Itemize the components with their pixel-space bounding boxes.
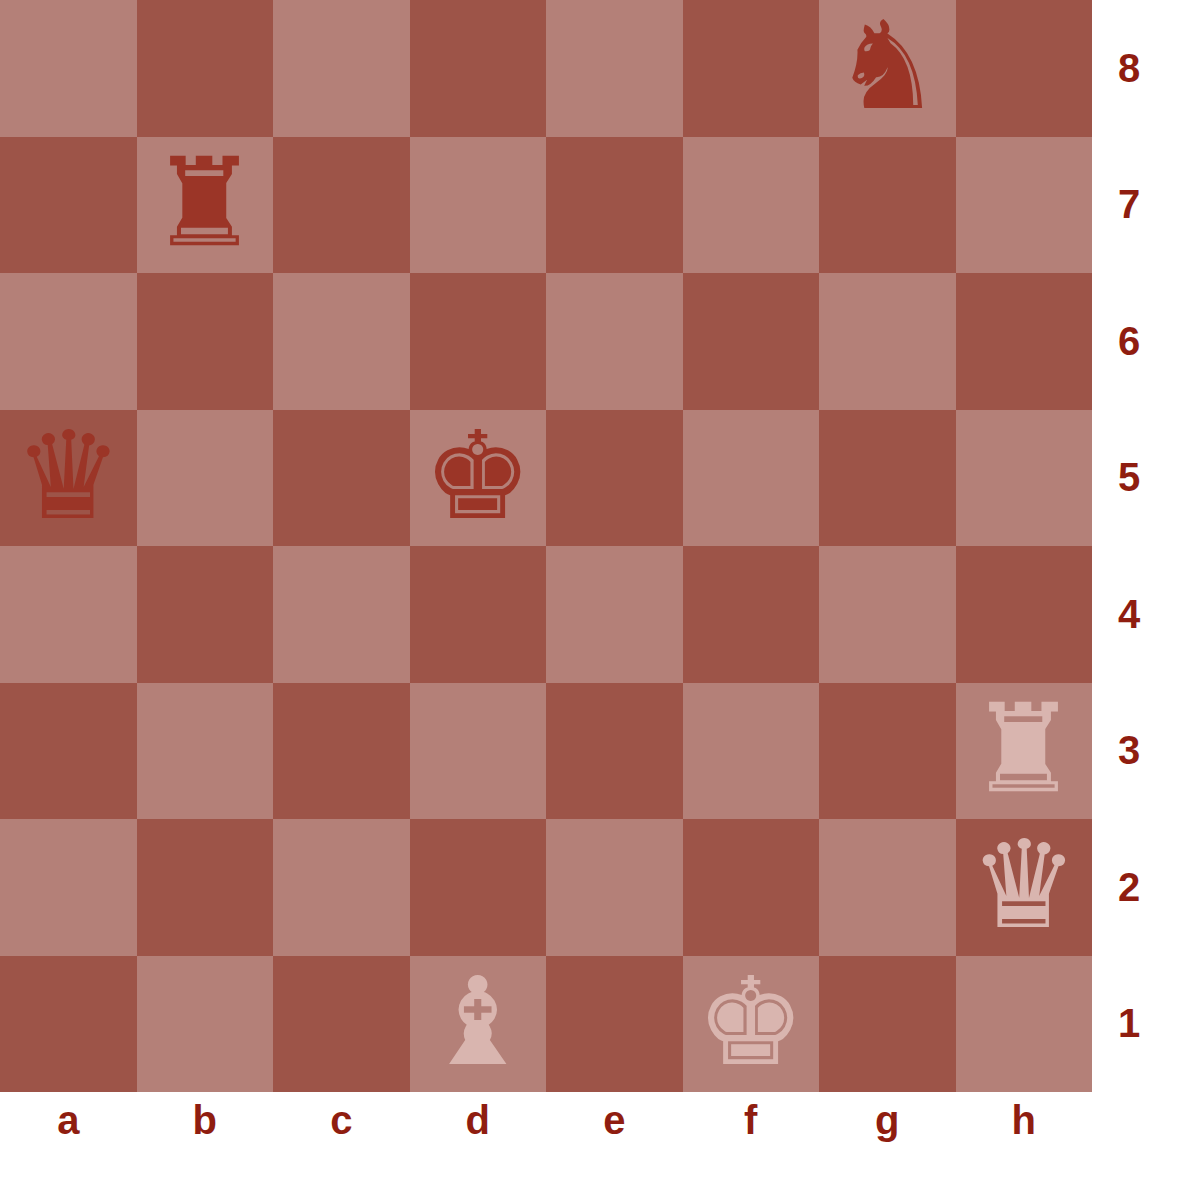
square-h1[interactable] — [956, 956, 1093, 1093]
square-h6[interactable] — [956, 273, 1093, 410]
piece-white-rook-h3[interactable]: ♜ — [969, 688, 1078, 810]
square-b4[interactable] — [137, 546, 274, 683]
file-label-d: d — [410, 1092, 547, 1200]
square-a6[interactable] — [0, 273, 137, 410]
square-b6[interactable] — [137, 273, 274, 410]
file-labels: abcdefgh — [0, 1092, 1092, 1200]
file-label-c: c — [273, 1092, 410, 1200]
rank-label-1: 1 — [1092, 956, 1200, 1093]
square-e2[interactable] — [546, 819, 683, 956]
square-a4[interactable] — [0, 546, 137, 683]
square-b5[interactable] — [137, 410, 274, 547]
square-h2[interactable]: ♛ — [956, 819, 1093, 956]
square-c8[interactable] — [273, 0, 410, 137]
square-f2[interactable] — [683, 819, 820, 956]
rank-label-6: 6 — [1092, 273, 1200, 410]
square-g8[interactable]: ♞ — [819, 0, 956, 137]
square-a5[interactable]: ♛ — [0, 410, 137, 547]
square-c5[interactable] — [273, 410, 410, 547]
rank-labels: 87654321 — [1092, 0, 1200, 1092]
square-f1[interactable]: ♚ — [683, 956, 820, 1093]
square-d3[interactable] — [410, 683, 547, 820]
square-d2[interactable] — [410, 819, 547, 956]
file-label-h: h — [956, 1092, 1093, 1200]
rank-label-5: 5 — [1092, 410, 1200, 547]
square-h3[interactable]: ♜ — [956, 683, 1093, 820]
square-f8[interactable] — [683, 0, 820, 137]
rank-label-4: 4 — [1092, 546, 1200, 683]
rank-label-2: 2 — [1092, 819, 1200, 956]
square-d4[interactable] — [410, 546, 547, 683]
piece-black-king-d5[interactable]: ♚ — [423, 415, 532, 537]
chess-board: ♞♜♛♚♜♛♝♚ — [0, 0, 1092, 1092]
square-f7[interactable] — [683, 137, 820, 274]
rank-label-8: 8 — [1092, 0, 1200, 137]
square-b7[interactable]: ♜ — [137, 137, 274, 274]
rank-label-7: 7 — [1092, 137, 1200, 274]
square-c4[interactable] — [273, 546, 410, 683]
file-label-a: a — [0, 1092, 137, 1200]
square-h5[interactable] — [956, 410, 1093, 547]
square-a3[interactable] — [0, 683, 137, 820]
square-g4[interactable] — [819, 546, 956, 683]
square-c7[interactable] — [273, 137, 410, 274]
square-a8[interactable] — [0, 0, 137, 137]
piece-white-queen-h2[interactable]: ♛ — [969, 824, 1078, 946]
piece-black-knight-g8[interactable]: ♞ — [833, 5, 942, 127]
square-e8[interactable] — [546, 0, 683, 137]
square-g2[interactable] — [819, 819, 956, 956]
square-c3[interactable] — [273, 683, 410, 820]
square-g5[interactable] — [819, 410, 956, 547]
square-g6[interactable] — [819, 273, 956, 410]
square-h4[interactable] — [956, 546, 1093, 683]
square-d8[interactable] — [410, 0, 547, 137]
file-label-b: b — [137, 1092, 274, 1200]
square-f5[interactable] — [683, 410, 820, 547]
square-h7[interactable] — [956, 137, 1093, 274]
square-d1[interactable]: ♝ — [410, 956, 547, 1093]
square-b1[interactable] — [137, 956, 274, 1093]
square-e6[interactable] — [546, 273, 683, 410]
file-label-f: f — [683, 1092, 820, 1200]
square-g7[interactable] — [819, 137, 956, 274]
square-c1[interactable] — [273, 956, 410, 1093]
square-e4[interactable] — [546, 546, 683, 683]
piece-black-queen-a5[interactable]: ♛ — [14, 415, 123, 537]
square-a2[interactable] — [0, 819, 137, 956]
square-d5[interactable]: ♚ — [410, 410, 547, 547]
square-a1[interactable] — [0, 956, 137, 1093]
square-g3[interactable] — [819, 683, 956, 820]
piece-white-king-f1[interactable]: ♚ — [696, 961, 805, 1083]
square-c6[interactable] — [273, 273, 410, 410]
piece-black-rook-b7[interactable]: ♜ — [150, 142, 259, 264]
square-d7[interactable] — [410, 137, 547, 274]
square-b3[interactable] — [137, 683, 274, 820]
square-f4[interactable] — [683, 546, 820, 683]
square-e5[interactable] — [546, 410, 683, 547]
piece-white-bishop-d1[interactable]: ♝ — [423, 961, 532, 1083]
square-e3[interactable] — [546, 683, 683, 820]
rank-label-3: 3 — [1092, 683, 1200, 820]
square-c2[interactable] — [273, 819, 410, 956]
file-label-g: g — [819, 1092, 956, 1200]
square-e1[interactable] — [546, 956, 683, 1093]
square-h8[interactable] — [956, 0, 1093, 137]
square-d6[interactable] — [410, 273, 547, 410]
file-label-e: e — [546, 1092, 683, 1200]
square-b2[interactable] — [137, 819, 274, 956]
square-e7[interactable] — [546, 137, 683, 274]
square-g1[interactable] — [819, 956, 956, 1093]
square-a7[interactable] — [0, 137, 137, 274]
square-f6[interactable] — [683, 273, 820, 410]
square-f3[interactable] — [683, 683, 820, 820]
square-b8[interactable] — [137, 0, 274, 137]
chessboard-page: ♞♜♛♚♜♛♝♚ 87654321 abcdefgh — [0, 0, 1200, 1200]
